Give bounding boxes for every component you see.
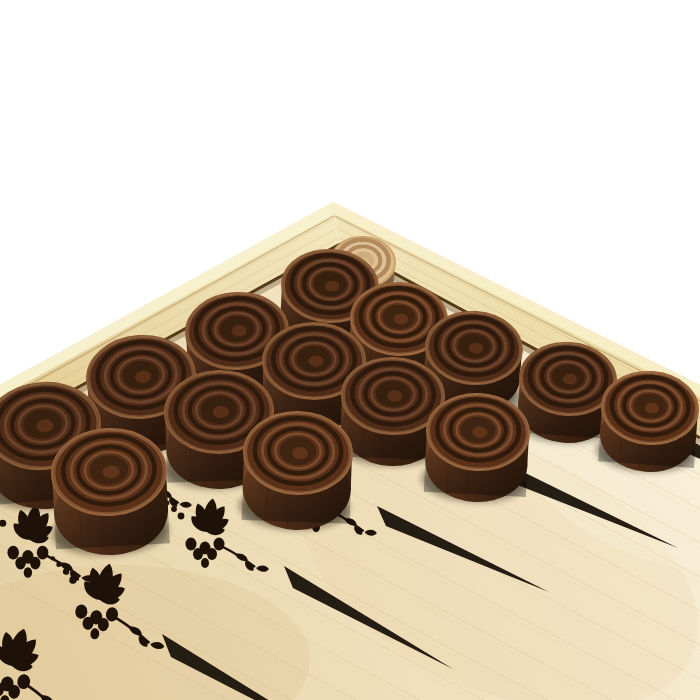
dark-checker-14[interactable]: [47, 426, 171, 558]
dark-checker-12[interactable]: [238, 410, 353, 532]
board-photo: [0, 0, 700, 700]
backgammon-scene: [0, 0, 700, 700]
dark-checker-9[interactable]: [420, 391, 531, 504]
